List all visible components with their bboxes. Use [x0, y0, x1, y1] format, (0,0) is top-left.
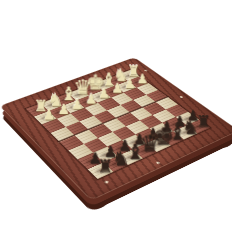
square-a2: ♟ — [34, 111, 57, 124]
black-rook: ♜ — [87, 157, 123, 175]
square-e4 — [107, 105, 130, 118]
white-pawn: ♟ — [33, 107, 65, 121]
square-a8: ♜ — [87, 162, 113, 179]
photo-scene: ♜♞♝♛♚♝♞♜♟♟♟♟♟♟♟♟♟♟♟♟♟♟♟♟♜♞♝♛♚♝♞♜ — [0, 0, 232, 232]
chess-board: ♜♞♝♛♚♝♞♜♟♟♟♟♟♟♟♟♟♟♟♟♟♟♟♟♜♞♝♛♚♝♞♜ — [0, 57, 232, 201]
product-photo: Standard chess starting position: cream … — [0, 0, 232, 232]
